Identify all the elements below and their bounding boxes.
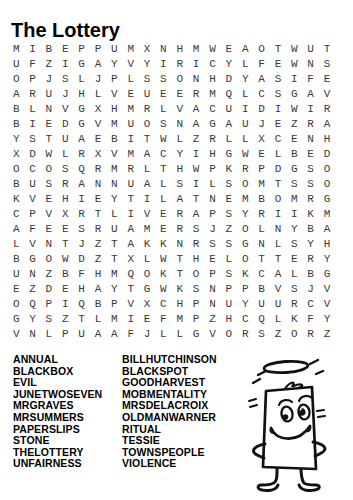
grid-cell-r13c19[interactable]: B (302, 221, 318, 236)
grid-cell-r20c19[interactable]: R (302, 326, 318, 341)
grid-cell-r1c10[interactable]: N (155, 41, 171, 56)
grid-cell-r2c2[interactable]: F (24, 56, 40, 71)
grid-cell-r9c8[interactable]: R (123, 161, 139, 176)
grid-cell-r1c14[interactable]: E (221, 41, 237, 56)
grid-cell-r2c11[interactable]: R (172, 56, 188, 71)
grid-cell-r19c1[interactable]: G (8, 311, 24, 326)
grid-cell-r9c1[interactable]: O (8, 161, 24, 176)
grid-cell-r9c3[interactable]: O (41, 161, 57, 176)
grid-cell-r3c19[interactable]: F (302, 71, 318, 86)
grid-cell-r14c3[interactable]: N (41, 236, 57, 251)
grid-cell-r13c5[interactable]: S (73, 221, 89, 236)
grid-cell-r18c11[interactable]: H (172, 296, 188, 311)
grid-cell-r7c6[interactable]: E (90, 131, 106, 146)
grid-cell-r19c20[interactable]: Y (319, 311, 335, 326)
grid-cell-r12c18[interactable]: I (286, 206, 302, 221)
grid-cell-r2c5[interactable]: G (73, 56, 89, 71)
grid-cell-r13c15[interactable]: O (237, 221, 253, 236)
grid-cell-r19c9[interactable]: E (139, 311, 155, 326)
grid-cell-r11c20[interactable]: G (319, 191, 335, 206)
grid-cell-r15c8[interactable]: X (123, 251, 139, 266)
grid-cell-r3c6[interactable]: J (90, 71, 106, 86)
grid-cell-r13c1[interactable]: A (8, 221, 24, 236)
grid-cell-r14c8[interactable]: A (123, 236, 139, 251)
grid-cell-r10c19[interactable]: S (302, 176, 318, 191)
grid-cell-r20c12[interactable]: G (188, 326, 204, 341)
grid-cell-r15c15[interactable]: O (237, 251, 253, 266)
grid-cell-r10c1[interactable]: B (8, 176, 24, 191)
grid-cell-r2c15[interactable]: L (237, 56, 253, 71)
grid-cell-r17c8[interactable]: T (123, 281, 139, 296)
grid-cell-r6c5[interactable]: G (73, 116, 89, 131)
grid-cell-r15c6[interactable]: Z (90, 251, 106, 266)
grid-cell-r18c1[interactable]: O (8, 296, 24, 311)
grid-cell-r17c18[interactable]: S (286, 281, 302, 296)
grid-cell-r18c5[interactable]: Q (73, 296, 89, 311)
grid-cell-r2c20[interactable]: S (319, 56, 335, 71)
grid-cell-r5c20[interactable]: R (319, 101, 335, 116)
grid-cell-r20c11[interactable]: L (172, 326, 188, 341)
grid-cell-r7c16[interactable]: X (253, 131, 269, 146)
grid-cell-r17c1[interactable]: E (8, 281, 24, 296)
grid-cell-r16c20[interactable]: G (319, 266, 335, 281)
grid-cell-r15c20[interactable]: Y (319, 251, 335, 266)
grid-cell-r14c5[interactable]: J (73, 236, 89, 251)
grid-cell-r7c20[interactable]: H (319, 131, 335, 146)
grid-cell-r2c14[interactable]: Y (221, 56, 237, 71)
grid-cell-r19c8[interactable]: I (123, 311, 139, 326)
grid-cell-r13c11[interactable]: R (172, 221, 188, 236)
grid-cell-r6c17[interactable]: E (270, 116, 286, 131)
grid-cell-r20c2[interactable]: N (24, 326, 40, 341)
grid-cell-r16c15[interactable]: K (237, 266, 253, 281)
grid-cell-r11c19[interactable]: R (302, 191, 318, 206)
grid-cell-r3c10[interactable]: S (155, 71, 171, 86)
grid-cell-r19c17[interactable]: L (270, 311, 286, 326)
grid-cell-r20c15[interactable]: R (237, 326, 253, 341)
grid-cell-r15c2[interactable]: G (24, 251, 40, 266)
grid-cell-r8c15[interactable]: W (237, 146, 253, 161)
grid-cell-r11c3[interactable]: E (41, 191, 57, 206)
grid-cell-r19c5[interactable]: T (73, 311, 89, 326)
grid-cell-r14c16[interactable]: N (253, 236, 269, 251)
grid-cell-r4c9[interactable]: U (139, 86, 155, 101)
grid-cell-r11c15[interactable]: M (237, 191, 253, 206)
grid-cell-r7c1[interactable]: Y (8, 131, 24, 146)
grid-cell-r5c14[interactable]: U (221, 101, 237, 116)
grid-cell-r13c16[interactable]: L (253, 221, 269, 236)
grid-cell-r13c6[interactable]: R (90, 221, 106, 236)
grid-cell-r14c10[interactable]: K (155, 236, 171, 251)
grid-cell-r9c14[interactable]: K (221, 161, 237, 176)
grid-cell-r17c14[interactable]: P (221, 281, 237, 296)
grid-cell-r18c6[interactable]: B (90, 296, 106, 311)
grid-cell-r10c14[interactable]: S (221, 176, 237, 191)
grid-cell-r1c4[interactable]: E (57, 41, 73, 56)
grid-cell-r10c18[interactable]: S (286, 176, 302, 191)
grid-cell-r6c11[interactable]: N (172, 116, 188, 131)
grid-cell-r12c11[interactable]: R (172, 206, 188, 221)
grid-cell-r9c17[interactable]: D (270, 161, 286, 176)
grid-cell-r5c8[interactable]: M (123, 101, 139, 116)
grid-cell-r9c18[interactable]: G (286, 161, 302, 176)
grid-cell-r17c7[interactable]: Y (106, 281, 122, 296)
grid-cell-r10c20[interactable]: O (319, 176, 335, 191)
grid-cell-r15c19[interactable]: R (302, 251, 318, 266)
grid-cell-r5c16[interactable]: D (253, 101, 269, 116)
grid-cell-r2c16[interactable]: F (253, 56, 269, 71)
grid-cell-r14c4[interactable]: T (57, 236, 73, 251)
grid-cell-r14c9[interactable]: K (139, 236, 155, 251)
grid-cell-r9c9[interactable]: L (139, 161, 155, 176)
grid-cell-r11c12[interactable]: T (188, 191, 204, 206)
grid-cell-r13c9[interactable]: M (139, 221, 155, 236)
grid-cell-r11c8[interactable]: T (123, 191, 139, 206)
grid-cell-r4c20[interactable]: V (319, 86, 335, 101)
grid-cell-r3c14[interactable]: D (221, 71, 237, 86)
grid-cell-r13c12[interactable]: S (188, 221, 204, 236)
grid-cell-r13c7[interactable]: U (106, 221, 122, 236)
grid-cell-r3c5[interactable]: L (73, 71, 89, 86)
grid-cell-r19c3[interactable]: S (41, 311, 57, 326)
grid-cell-r15c5[interactable]: D (73, 251, 89, 266)
grid-cell-r6c20[interactable]: A (319, 116, 335, 131)
grid-cell-r2c19[interactable]: N (302, 56, 318, 71)
grid-cell-r18c16[interactable]: U (253, 296, 269, 311)
grid-cell-r2c9[interactable]: Y (139, 56, 155, 71)
grid-cell-r4c15[interactable]: L (237, 86, 253, 101)
grid-cell-r9c5[interactable]: Q (73, 161, 89, 176)
grid-cell-r5c19[interactable]: I (302, 101, 318, 116)
grid-cell-r17c17[interactable]: V (270, 281, 286, 296)
grid-cell-r16c11[interactable]: T (172, 266, 188, 281)
grid-cell-r17c2[interactable]: Z (24, 281, 40, 296)
grid-cell-r14c11[interactable]: N (172, 236, 188, 251)
grid-cell-r4c8[interactable]: E (123, 86, 139, 101)
grid-cell-r13c3[interactable]: E (41, 221, 57, 236)
grid-cell-r11c6[interactable]: E (90, 191, 106, 206)
grid-cell-r11c14[interactable]: E (221, 191, 237, 206)
grid-cell-r20c5[interactable]: U (73, 326, 89, 341)
grid-cell-r10c10[interactable]: L (155, 176, 171, 191)
grid-cell-r8c10[interactable]: C (155, 146, 171, 161)
grid-cell-r7c5[interactable]: A (73, 131, 89, 146)
grid-cell-r6c18[interactable]: Z (286, 116, 302, 131)
grid-cell-r13c8[interactable]: A (123, 221, 139, 236)
grid-cell-r10c9[interactable]: A (139, 176, 155, 191)
grid-cell-r11c4[interactable]: H (57, 191, 73, 206)
grid-cell-r1c19[interactable]: U (302, 41, 318, 56)
grid-cell-r9c16[interactable]: P (253, 161, 269, 176)
grid-cell-r7c11[interactable]: L (172, 131, 188, 146)
grid-cell-r20c16[interactable]: S (253, 326, 269, 341)
grid-cell-r5c1[interactable]: B (8, 101, 24, 116)
grid-cell-r13c14[interactable]: Z (221, 221, 237, 236)
grid-cell-r16c13[interactable]: P (204, 266, 220, 281)
grid-cell-r13c13[interactable]: J (204, 221, 220, 236)
grid-cell-r3c15[interactable]: Y (237, 71, 253, 86)
grid-cell-r3c4[interactable]: S (57, 71, 73, 86)
grid-cell-r16c2[interactable]: N (24, 266, 40, 281)
grid-cell-r5c12[interactable]: A (188, 101, 204, 116)
grid-cell-r16c4[interactable]: B (57, 266, 73, 281)
grid-cell-r20c8[interactable]: F (123, 326, 139, 341)
grid-cell-r18c4[interactable]: I (57, 296, 73, 311)
grid-cell-r7c17[interactable]: C (270, 131, 286, 146)
grid-cell-r18c14[interactable]: U (221, 296, 237, 311)
grid-cell-r13c2[interactable]: F (24, 221, 40, 236)
grid-cell-r13c10[interactable]: E (155, 221, 171, 236)
grid-cell-r16c14[interactable]: S (221, 266, 237, 281)
grid-cell-r1c18[interactable]: W (286, 41, 302, 56)
grid-cell-r7c2[interactable]: S (24, 131, 40, 146)
grid-cell-r9c2[interactable]: C (24, 161, 40, 176)
grid-cell-r10c5[interactable]: A (73, 176, 89, 191)
grid-cell-r14c6[interactable]: Z (90, 236, 106, 251)
grid-cell-r1c7[interactable]: U (106, 41, 122, 56)
grid-cell-r8c5[interactable]: R (73, 146, 89, 161)
grid-cell-r6c16[interactable]: J (253, 116, 269, 131)
grid-cell-r11c1[interactable]: K (8, 191, 24, 206)
grid-cell-r12c1[interactable]: C (8, 206, 24, 221)
grid-cell-r16c6[interactable]: H (90, 266, 106, 281)
grid-cell-r5c11[interactable]: V (172, 101, 188, 116)
grid-cell-r13c17[interactable]: N (270, 221, 286, 236)
grid-cell-r15c18[interactable]: E (286, 251, 302, 266)
grid-cell-r8c20[interactable]: D (319, 146, 335, 161)
grid-cell-r8c13[interactable]: H (204, 146, 220, 161)
grid-cell-r6c8[interactable]: U (123, 116, 139, 131)
grid-cell-r19c13[interactable]: Z (204, 311, 220, 326)
grid-cell-r16c3[interactable]: Z (41, 266, 57, 281)
grid-cell-r4c16[interactable]: C (253, 86, 269, 101)
grid-cell-r18c18[interactable]: R (286, 296, 302, 311)
grid-cell-r2c4[interactable]: I (57, 56, 73, 71)
grid-cell-r2c1[interactable]: U (8, 56, 24, 71)
grid-cell-r14c20[interactable]: H (319, 236, 335, 251)
grid-cell-r6c12[interactable]: A (188, 116, 204, 131)
grid-cell-r12c8[interactable]: I (123, 206, 139, 221)
grid-cell-r18c19[interactable]: C (302, 296, 318, 311)
grid-cell-r1c17[interactable]: T (270, 41, 286, 56)
grid-cell-r5c18[interactable]: W (286, 101, 302, 116)
grid-cell-r7c4[interactable]: U (57, 131, 73, 146)
grid-cell-r3c9[interactable]: S (139, 71, 155, 86)
grid-cell-r18c20[interactable]: V (319, 296, 335, 311)
grid-cell-r19c19[interactable]: F (302, 311, 318, 326)
grid-cell-r1c20[interactable]: T (319, 41, 335, 56)
grid-cell-r4c1[interactable]: A (8, 86, 24, 101)
grid-cell-r3c13[interactable]: H (204, 71, 220, 86)
grid-cell-r3c16[interactable]: A (253, 71, 269, 86)
grid-cell-r11c17[interactable]: O (270, 191, 286, 206)
grid-cell-r17c12[interactable]: S (188, 281, 204, 296)
grid-cell-r1c1[interactable]: M (8, 41, 24, 56)
grid-cell-r17c9[interactable]: G (139, 281, 155, 296)
grid-cell-r3c7[interactable]: P (106, 71, 122, 86)
grid-cell-r4c5[interactable]: H (73, 86, 89, 101)
grid-cell-r2c17[interactable]: E (270, 56, 286, 71)
grid-cell-r6c1[interactable]: B (8, 116, 24, 131)
grid-cell-r8c19[interactable]: E (302, 146, 318, 161)
grid-cell-r2c13[interactable]: C (204, 56, 220, 71)
grid-cell-r3c2[interactable]: P (24, 71, 40, 86)
grid-cell-r2c6[interactable]: A (90, 56, 106, 71)
grid-cell-r7c13[interactable]: R (204, 131, 220, 146)
grid-cell-r6c3[interactable]: E (41, 116, 57, 131)
grid-cell-r17c10[interactable]: W (155, 281, 171, 296)
grid-cell-r1c12[interactable]: M (188, 41, 204, 56)
grid-cell-r7c15[interactable]: L (237, 131, 253, 146)
grid-cell-r12c16[interactable]: R (253, 206, 269, 221)
grid-cell-r9c12[interactable]: W (188, 161, 204, 176)
grid-cell-r20c14[interactable]: O (221, 326, 237, 341)
grid-cell-r2c3[interactable]: Z (41, 56, 57, 71)
grid-cell-r8c3[interactable]: W (41, 146, 57, 161)
grid-cell-r18c2[interactable]: Q (24, 296, 40, 311)
grid-cell-r1c9[interactable]: X (139, 41, 155, 56)
grid-cell-r17c4[interactable]: E (57, 281, 73, 296)
grid-cell-r5c2[interactable]: L (24, 101, 40, 116)
grid-cell-r9c6[interactable]: R (90, 161, 106, 176)
grid-cell-r15c9[interactable]: L (139, 251, 155, 266)
grid-cell-r11c10[interactable]: L (155, 191, 171, 206)
grid-cell-r16c16[interactable]: C (253, 266, 269, 281)
grid-cell-r20c18[interactable]: O (286, 326, 302, 341)
grid-cell-r6c7[interactable]: M (106, 116, 122, 131)
grid-cell-r12c6[interactable]: T (90, 206, 106, 221)
grid-cell-r14c17[interactable]: L (270, 236, 286, 251)
grid-cell-r1c13[interactable]: W (204, 41, 220, 56)
grid-cell-r17c16[interactable]: B (253, 281, 269, 296)
grid-cell-r14c2[interactable]: V (24, 236, 40, 251)
grid-cell-r16c7[interactable]: M (106, 266, 122, 281)
grid-cell-r2c12[interactable]: I (188, 56, 204, 71)
grid-cell-r19c11[interactable]: M (172, 311, 188, 326)
grid-cell-r14c7[interactable]: T (106, 236, 122, 251)
grid-cell-r7c7[interactable]: B (106, 131, 122, 146)
grid-cell-r4c4[interactable]: J (57, 86, 73, 101)
grid-cell-r20c4[interactable]: P (57, 326, 73, 341)
grid-cell-r2c10[interactable]: I (155, 56, 171, 71)
grid-cell-r11c13[interactable]: N (204, 191, 220, 206)
grid-cell-r10c13[interactable]: L (204, 176, 220, 191)
grid-cell-r10c16[interactable]: M (253, 176, 269, 191)
grid-cell-r18c3[interactable]: P (41, 296, 57, 311)
grid-cell-r7c10[interactable]: W (155, 131, 171, 146)
grid-cell-r8c11[interactable]: Y (172, 146, 188, 161)
grid-cell-r3c8[interactable]: L (123, 71, 139, 86)
grid-cell-r9c13[interactable]: P (204, 161, 220, 176)
grid-cell-r16c17[interactable]: A (270, 266, 286, 281)
grid-cell-r6c13[interactable]: G (204, 116, 220, 131)
grid-cell-r4c2[interactable]: R (24, 86, 40, 101)
grid-cell-r9c4[interactable]: S (57, 161, 73, 176)
grid-cell-r19c2[interactable]: Y (24, 311, 40, 326)
grid-cell-r14c14[interactable]: S (221, 236, 237, 251)
grid-cell-r4c17[interactable]: S (270, 86, 286, 101)
grid-cell-r4c10[interactable]: E (155, 86, 171, 101)
grid-cell-r5c3[interactable]: N (41, 101, 57, 116)
grid-cell-r3c3[interactable]: J (41, 71, 57, 86)
grid-cell-r6c19[interactable]: R (302, 116, 318, 131)
grid-cell-r4c19[interactable]: A (302, 86, 318, 101)
grid-cell-r19c7[interactable]: M (106, 311, 122, 326)
grid-cell-r4c14[interactable]: Q (221, 86, 237, 101)
grid-cell-r12c12[interactable]: A (188, 206, 204, 221)
grid-cell-r17c19[interactable]: J (302, 281, 318, 296)
grid-cell-r8c12[interactable]: I (188, 146, 204, 161)
grid-cell-r11c5[interactable]: I (73, 191, 89, 206)
grid-cell-r15c16[interactable]: T (253, 251, 269, 266)
grid-cell-r1c11[interactable]: H (172, 41, 188, 56)
grid-cell-r15c14[interactable]: L (221, 251, 237, 266)
grid-cell-r16c1[interactable]: U (8, 266, 24, 281)
grid-cell-r8c7[interactable]: V (106, 146, 122, 161)
grid-cell-r11c9[interactable]: I (139, 191, 155, 206)
grid-cell-r13c4[interactable]: E (57, 221, 73, 236)
grid-cell-r19c16[interactable]: Q (253, 311, 269, 326)
grid-cell-r15c11[interactable]: T (172, 251, 188, 266)
grid-cell-r7c19[interactable]: N (302, 131, 318, 146)
grid-cell-r4c6[interactable]: L (90, 86, 106, 101)
grid-cell-r16c10[interactable]: K (155, 266, 171, 281)
grid-cell-r3c17[interactable]: S (270, 71, 286, 86)
grid-cell-r5c6[interactable]: X (90, 101, 106, 116)
grid-cell-r5c7[interactable]: H (106, 101, 122, 116)
grid-cell-r3c1[interactable]: O (8, 71, 24, 86)
grid-cell-r19c6[interactable]: L (90, 311, 106, 326)
grid-cell-r6c6[interactable]: V (90, 116, 106, 131)
grid-cell-r15c1[interactable]: B (8, 251, 24, 266)
grid-cell-r20c17[interactable]: Z (270, 326, 286, 341)
grid-cell-r8c14[interactable]: G (221, 146, 237, 161)
grid-cell-r3c20[interactable]: E (319, 71, 335, 86)
grid-cell-r20c10[interactable]: L (155, 326, 171, 341)
grid-cell-r17c13[interactable]: N (204, 281, 220, 296)
grid-cell-r7c12[interactable]: Z (188, 131, 204, 146)
grid-cell-r20c13[interactable]: V (204, 326, 220, 341)
grid-cell-r15c3[interactable]: O (41, 251, 57, 266)
grid-cell-r14c1[interactable]: L (8, 236, 24, 251)
grid-cell-r7c9[interactable]: T (139, 131, 155, 146)
grid-cell-r12c15[interactable]: Y (237, 206, 253, 221)
grid-cell-r11c7[interactable]: Y (106, 191, 122, 206)
grid-cell-r8c16[interactable]: E (253, 146, 269, 161)
grid-cell-r6c15[interactable]: U (237, 116, 253, 131)
grid-cell-r14c19[interactable]: Y (302, 236, 318, 251)
grid-cell-r8c17[interactable]: L (270, 146, 286, 161)
grid-cell-r1c8[interactable]: M (123, 41, 139, 56)
grid-cell-r11c2[interactable]: V (24, 191, 40, 206)
grid-cell-r6c14[interactable]: A (221, 116, 237, 131)
grid-cell-r18c7[interactable]: P (106, 296, 122, 311)
grid-cell-r14c18[interactable]: S (286, 236, 302, 251)
grid-cell-r10c17[interactable]: T (270, 176, 286, 191)
grid-cell-r9c19[interactable]: S (302, 161, 318, 176)
grid-cell-r6c4[interactable]: D (57, 116, 73, 131)
grid-cell-r1c3[interactable]: B (41, 41, 57, 56)
grid-cell-r7c3[interactable]: T (41, 131, 57, 146)
grid-cell-r13c20[interactable]: A (319, 221, 335, 236)
grid-cell-r19c15[interactable]: C (237, 311, 253, 326)
grid-cell-r20c6[interactable]: A (90, 326, 106, 341)
grid-cell-r18c13[interactable]: N (204, 296, 220, 311)
grid-cell-r8c18[interactable]: B (286, 146, 302, 161)
grid-cell-r4c13[interactable]: M (204, 86, 220, 101)
grid-cell-r8c9[interactable]: A (139, 146, 155, 161)
grid-cell-r5c17[interactable]: I (270, 101, 286, 116)
